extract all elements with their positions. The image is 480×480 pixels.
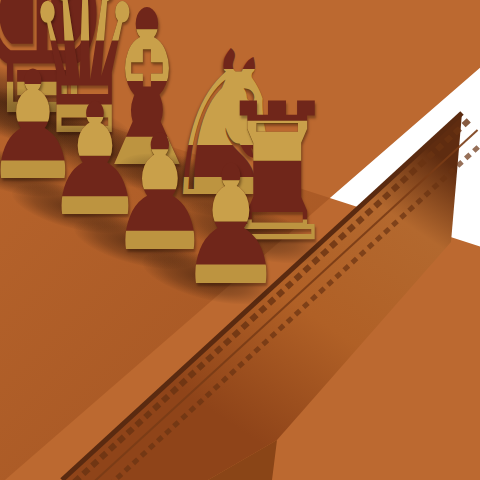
chessboard [0,0,480,480]
chess-set-product-photo: ♚♚♚♛♛♛♝♝♝♟♟♟♞♞♞♟♟♟♜♜♜♟♟♟♟♟♟ [0,0,480,480]
